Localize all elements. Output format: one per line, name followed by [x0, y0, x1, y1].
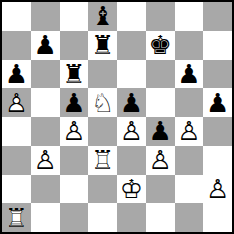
square-b4[interactable] — [31, 117, 60, 146]
square-g8[interactable] — [175, 2, 204, 31]
white-knight-icon: ♘ — [88, 88, 117, 117]
square-h7[interactable] — [203, 31, 232, 60]
square-d8[interactable]: ♝ — [88, 2, 117, 31]
square-d7[interactable]: ♜ — [88, 31, 117, 60]
square-b1[interactable] — [31, 203, 60, 232]
square-g1[interactable] — [175, 203, 204, 232]
white-pawn-fill: ♟ — [31, 146, 60, 175]
square-h8[interactable] — [203, 2, 232, 31]
square-f8[interactable] — [146, 2, 175, 31]
black-rook-icon: ♜ — [88, 31, 117, 60]
square-g6[interactable]: ♟ — [175, 60, 204, 89]
white-rook-icon: ♖ — [88, 146, 117, 175]
white-pawn-icon: ♙ — [117, 117, 146, 146]
white-pawn-icon: ♙ — [2, 88, 31, 117]
square-e2[interactable]: ♚♔ — [117, 175, 146, 204]
square-h5[interactable]: ♟ — [203, 88, 232, 117]
square-a7[interactable] — [2, 31, 31, 60]
white-king-fill: ♚ — [117, 175, 146, 204]
chess-diagram: ♝♟♜♚♟♜♟♟♙♟♞♘♟♟♟♙♟♙♟♟♙♟♙♜♖♟♙♚♔♟♙♜♖ — [0, 0, 234, 234]
white-knight-fill: ♞ — [88, 88, 117, 117]
black-pawn-icon: ♟ — [146, 117, 175, 146]
square-f5[interactable] — [146, 88, 175, 117]
white-pawn-fill: ♟ — [60, 117, 89, 146]
square-e1[interactable] — [117, 203, 146, 232]
white-pawn-fill: ♟ — [2, 88, 31, 117]
square-g4[interactable]: ♟♙ — [175, 117, 204, 146]
white-rook-icon: ♖ — [2, 203, 31, 232]
square-d5[interactable]: ♞♘ — [88, 88, 117, 117]
square-e3[interactable] — [117, 146, 146, 175]
square-e7[interactable] — [117, 31, 146, 60]
black-pawn-icon: ♟ — [2, 60, 31, 89]
black-bishop-icon: ♝ — [88, 2, 117, 31]
square-c2[interactable] — [60, 175, 89, 204]
square-a6[interactable]: ♟ — [2, 60, 31, 89]
square-d4[interactable] — [88, 117, 117, 146]
square-f6[interactable] — [146, 60, 175, 89]
square-g5[interactable] — [175, 88, 204, 117]
square-h3[interactable] — [203, 146, 232, 175]
square-b2[interactable] — [31, 175, 60, 204]
square-b7[interactable]: ♟ — [31, 31, 60, 60]
white-rook-fill: ♜ — [2, 203, 31, 232]
square-a2[interactable] — [2, 175, 31, 204]
square-c1[interactable] — [60, 203, 89, 232]
square-a1[interactable]: ♜♖ — [2, 203, 31, 232]
black-pawn-icon: ♟ — [117, 88, 146, 117]
square-a8[interactable] — [2, 2, 31, 31]
square-a5[interactable]: ♟♙ — [2, 88, 31, 117]
square-e8[interactable] — [117, 2, 146, 31]
square-b6[interactable] — [31, 60, 60, 89]
square-f2[interactable] — [146, 175, 175, 204]
black-rook-icon: ♜ — [60, 60, 89, 89]
black-pawn-icon: ♟ — [203, 88, 232, 117]
square-b3[interactable]: ♟♙ — [31, 146, 60, 175]
chess-board: ♝♟♜♚♟♜♟♟♙♟♞♘♟♟♟♙♟♙♟♟♙♟♙♜♖♟♙♚♔♟♙♜♖ — [2, 2, 232, 232]
white-pawn-fill: ♟ — [146, 146, 175, 175]
square-e5[interactable]: ♟ — [117, 88, 146, 117]
square-b5[interactable] — [31, 88, 60, 117]
square-g7[interactable] — [175, 31, 204, 60]
black-king-icon: ♚ — [146, 31, 175, 60]
white-pawn-fill: ♟ — [117, 117, 146, 146]
square-b8[interactable] — [31, 2, 60, 31]
square-d6[interactable] — [88, 60, 117, 89]
square-h1[interactable] — [203, 203, 232, 232]
square-d3[interactable]: ♜♖ — [88, 146, 117, 175]
square-c7[interactable] — [60, 31, 89, 60]
white-pawn-fill: ♟ — [203, 175, 232, 204]
square-h4[interactable] — [203, 117, 232, 146]
black-pawn-icon: ♟ — [175, 60, 204, 89]
square-c5[interactable]: ♟ — [60, 88, 89, 117]
square-d2[interactable] — [88, 175, 117, 204]
square-a3[interactable] — [2, 146, 31, 175]
square-d1[interactable] — [88, 203, 117, 232]
white-pawn-icon: ♙ — [31, 146, 60, 175]
black-pawn-icon: ♟ — [60, 88, 89, 117]
white-rook-fill: ♜ — [88, 146, 117, 175]
square-f3[interactable]: ♟♙ — [146, 146, 175, 175]
square-h2[interactable]: ♟♙ — [203, 175, 232, 204]
white-pawn-fill: ♟ — [175, 117, 204, 146]
square-g2[interactable] — [175, 175, 204, 204]
white-pawn-icon: ♙ — [60, 117, 89, 146]
white-pawn-icon: ♙ — [203, 175, 232, 204]
square-a4[interactable] — [2, 117, 31, 146]
square-c3[interactable] — [60, 146, 89, 175]
square-g3[interactable] — [175, 146, 204, 175]
black-pawn-icon: ♟ — [31, 31, 60, 60]
white-pawn-icon: ♙ — [175, 117, 204, 146]
square-e4[interactable]: ♟♙ — [117, 117, 146, 146]
square-c6[interactable]: ♜ — [60, 60, 89, 89]
square-f1[interactable] — [146, 203, 175, 232]
square-c4[interactable]: ♟♙ — [60, 117, 89, 146]
square-e6[interactable] — [117, 60, 146, 89]
square-h6[interactable] — [203, 60, 232, 89]
white-pawn-icon: ♙ — [146, 146, 175, 175]
square-f4[interactable]: ♟ — [146, 117, 175, 146]
square-c8[interactable] — [60, 2, 89, 31]
square-f7[interactable]: ♚ — [146, 31, 175, 60]
white-king-icon: ♔ — [117, 175, 146, 204]
